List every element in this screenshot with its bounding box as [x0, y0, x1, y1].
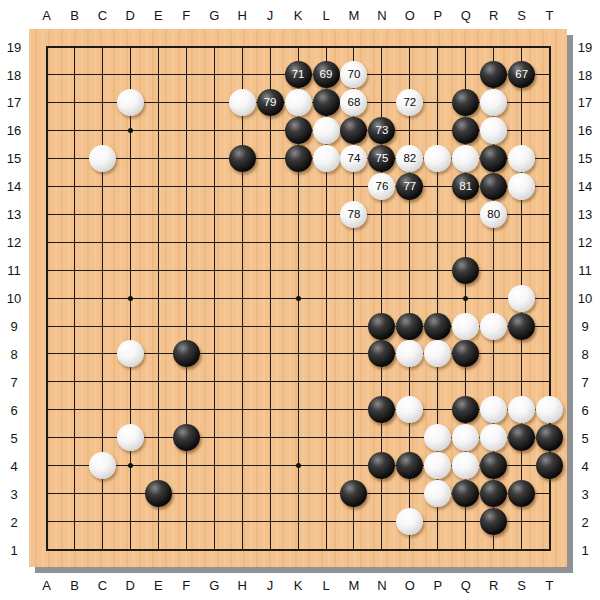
column-label-top-B: B: [70, 8, 79, 23]
row-label-left-8: 8: [10, 346, 17, 361]
column-label-bottom-L: L: [322, 578, 329, 593]
row-label-left-16: 16: [7, 123, 21, 138]
column-label-top-R: R: [489, 8, 498, 23]
row-label-right-11: 11: [578, 263, 592, 278]
stone-D17: [117, 89, 144, 116]
stone-P9: [424, 313, 451, 340]
row-label-left-17: 17: [7, 95, 21, 110]
stone-move-number: 75: [375, 145, 388, 172]
stone-R18: [480, 61, 507, 88]
column-label-bottom-G: G: [209, 578, 219, 593]
stone-H17: [229, 89, 256, 116]
stone-O14: 77: [396, 173, 423, 200]
column-label-top-L: L: [322, 8, 329, 23]
stone-move-number: 68: [348, 89, 361, 116]
row-label-right-16: 16: [578, 123, 592, 138]
column-label-top-J: J: [267, 8, 274, 23]
row-label-right-17: 17: [578, 95, 592, 110]
stone-P15: [424, 145, 451, 172]
column-label-bottom-M: M: [348, 578, 359, 593]
column-label-top-M: M: [348, 8, 359, 23]
column-label-bottom-S: S: [517, 578, 526, 593]
stone-R17: [480, 89, 507, 116]
star-point: [128, 296, 133, 301]
stone-E3: [145, 480, 172, 507]
stone-T5: [536, 424, 563, 451]
stone-M13: 78: [340, 201, 367, 228]
stone-N14: 76: [368, 173, 395, 200]
stone-Q17: [452, 89, 479, 116]
stone-T4: [536, 452, 563, 479]
stone-L18: 69: [313, 61, 340, 88]
row-label-right-6: 6: [581, 402, 588, 417]
row-label-right-14: 14: [578, 179, 592, 194]
stone-O9: [396, 313, 423, 340]
column-label-bottom-J: J: [267, 578, 274, 593]
stone-move-number: 81: [459, 173, 472, 200]
go-board[interactable]: 71697067796872737475827677817880: [29, 29, 567, 567]
stone-move-number: 77: [403, 173, 416, 200]
stone-S14: [508, 173, 535, 200]
row-label-left-11: 11: [7, 263, 21, 278]
column-label-top-H: H: [237, 8, 246, 23]
stone-K18: 71: [285, 61, 312, 88]
stone-L16: [313, 117, 340, 144]
column-label-bottom-E: E: [154, 578, 163, 593]
stone-move-number: 67: [515, 61, 528, 88]
column-label-top-D: D: [126, 8, 135, 23]
column-label-bottom-O: O: [405, 578, 415, 593]
column-label-bottom-F: F: [182, 578, 190, 593]
row-label-left-3: 3: [10, 486, 17, 501]
row-label-right-3: 3: [581, 486, 588, 501]
stone-move-number: 79: [264, 89, 277, 116]
star-point: [296, 463, 301, 468]
column-label-top-P: P: [433, 8, 442, 23]
stone-move-number: 78: [348, 201, 361, 228]
row-label-right-13: 13: [578, 207, 592, 222]
stone-R9: [480, 313, 507, 340]
row-label-right-5: 5: [581, 430, 588, 445]
column-label-bottom-N: N: [377, 578, 386, 593]
stone-move-number: 82: [403, 145, 416, 172]
column-label-top-E: E: [154, 8, 163, 23]
stone-Q9: [452, 313, 479, 340]
column-label-bottom-C: C: [98, 578, 107, 593]
row-label-right-10: 10: [578, 291, 592, 306]
stone-Q14: 81: [452, 173, 479, 200]
stone-S15: [508, 145, 535, 172]
column-label-bottom-R: R: [489, 578, 498, 593]
column-label-bottom-T: T: [546, 578, 554, 593]
stone-K15: [285, 145, 312, 172]
stone-move-number: 69: [320, 61, 333, 88]
stone-move-number: 72: [403, 89, 416, 116]
column-label-top-T: T: [546, 8, 554, 23]
star-point: [463, 296, 468, 301]
column-label-bottom-A: A: [42, 578, 51, 593]
row-label-left-19: 19: [7, 39, 21, 54]
row-label-right-19: 19: [578, 39, 592, 54]
stone-Q16: [452, 117, 479, 144]
stone-L15: [313, 145, 340, 172]
row-label-right-12: 12: [578, 235, 592, 250]
column-label-top-Q: Q: [461, 8, 471, 23]
star-point: [128, 128, 133, 133]
column-label-bottom-Q: Q: [461, 578, 471, 593]
stone-move-number: 76: [375, 173, 388, 200]
row-label-left-14: 14: [7, 179, 21, 194]
column-label-bottom-K: K: [294, 578, 303, 593]
stone-K17: [285, 89, 312, 116]
go-board-screen: 71697067796872737475827677817880 AABBCCD…: [0, 0, 600, 600]
column-label-bottom-P: P: [433, 578, 442, 593]
stone-R14: [480, 173, 507, 200]
row-label-left-6: 6: [10, 402, 17, 417]
column-label-bottom-D: D: [126, 578, 135, 593]
row-label-right-8: 8: [581, 346, 588, 361]
row-label-right-4: 4: [581, 458, 588, 473]
stone-K16: [285, 117, 312, 144]
column-label-top-C: C: [98, 8, 107, 23]
stone-S18: 67: [508, 61, 535, 88]
stone-S9: [508, 313, 535, 340]
row-label-right-9: 9: [581, 319, 588, 334]
row-label-left-15: 15: [7, 151, 21, 166]
stone-S10: [508, 285, 535, 312]
row-label-left-18: 18: [7, 67, 21, 82]
stone-L17: [313, 89, 340, 116]
row-label-right-2: 2: [581, 514, 588, 529]
star-point: [296, 296, 301, 301]
stone-Q15: [452, 145, 479, 172]
stone-F8: [173, 340, 200, 367]
stone-move-number: 71: [292, 61, 305, 88]
row-label-right-18: 18: [578, 67, 592, 82]
stone-move-number: 80: [487, 201, 500, 228]
stone-move-number: 74: [348, 145, 361, 172]
row-label-left-10: 10: [7, 291, 21, 306]
row-label-right-15: 15: [578, 151, 592, 166]
column-label-top-O: O: [405, 8, 415, 23]
column-label-top-K: K: [294, 8, 303, 23]
stone-C15: [89, 145, 116, 172]
stone-N9: [368, 313, 395, 340]
row-label-left-13: 13: [7, 207, 21, 222]
stone-H15: [229, 145, 256, 172]
stone-move-number: 73: [375, 117, 388, 144]
row-label-left-12: 12: [7, 235, 21, 250]
row-label-left-1: 1: [10, 542, 17, 557]
column-label-bottom-B: B: [70, 578, 79, 593]
row-label-left-2: 2: [10, 514, 17, 529]
stone-R13: 80: [480, 201, 507, 228]
column-label-bottom-H: H: [237, 578, 246, 593]
stone-F5: [173, 424, 200, 451]
column-label-top-F: F: [182, 8, 190, 23]
stone-T6: [536, 396, 563, 423]
column-label-top-N: N: [377, 8, 386, 23]
stone-R16: [480, 117, 507, 144]
row-label-left-5: 5: [10, 430, 17, 445]
row-label-left-7: 7: [10, 374, 17, 389]
stone-Q11: [452, 257, 479, 284]
column-label-top-S: S: [517, 8, 526, 23]
stone-move-number: 70: [348, 61, 361, 88]
stone-C4: [89, 452, 116, 479]
row-label-left-9: 9: [10, 319, 17, 334]
column-label-top-A: A: [42, 8, 51, 23]
stone-J17: 79: [257, 89, 284, 116]
row-label-left-4: 4: [10, 458, 17, 473]
row-label-right-7: 7: [581, 374, 588, 389]
row-label-right-1: 1: [581, 542, 588, 557]
column-label-top-G: G: [209, 8, 219, 23]
stone-D5: [117, 424, 144, 451]
stone-O15: 82: [396, 145, 423, 172]
stone-N15: 75: [368, 145, 395, 172]
stone-R15: [480, 145, 507, 172]
